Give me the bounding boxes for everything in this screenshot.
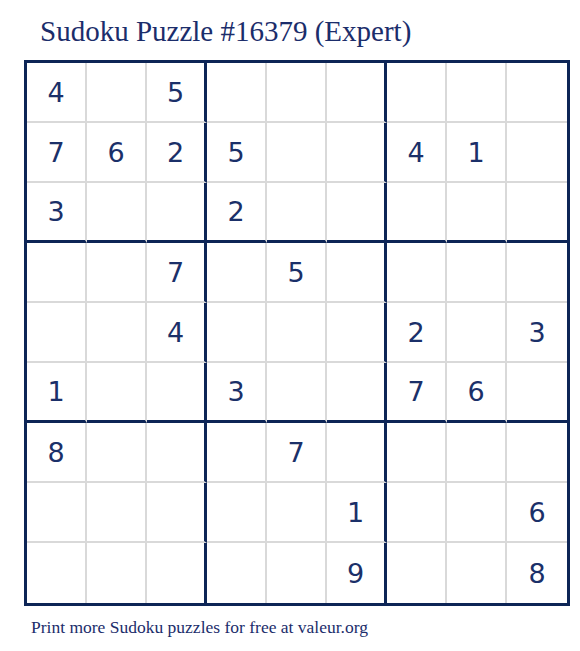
cell-r4c8 xyxy=(447,243,507,303)
cell-r1c9 xyxy=(507,63,567,123)
cell-r5c4 xyxy=(207,303,267,363)
cell-r9c4 xyxy=(207,543,267,603)
cell-r5c8 xyxy=(447,303,507,363)
cell-r2c8: 1 xyxy=(447,123,507,183)
cell-r7c3 xyxy=(147,423,207,483)
cell-r9c6: 9 xyxy=(327,543,387,603)
cell-r2c7: 4 xyxy=(387,123,447,183)
cell-r8c1 xyxy=(27,483,87,543)
cell-r1c3: 5 xyxy=(147,63,207,123)
cell-r7c4 xyxy=(207,423,267,483)
cell-r9c5 xyxy=(267,543,327,603)
cell-r9c9: 8 xyxy=(507,543,567,603)
cell-r4c4 xyxy=(207,243,267,303)
cell-r3c1: 3 xyxy=(27,183,87,243)
cell-r9c1 xyxy=(27,543,87,603)
cell-r4c3: 7 xyxy=(147,243,207,303)
cell-r8c7 xyxy=(387,483,447,543)
cell-r7c7 xyxy=(387,423,447,483)
cell-r1c4 xyxy=(207,63,267,123)
cell-r7c5: 7 xyxy=(267,423,327,483)
cell-r1c8 xyxy=(447,63,507,123)
cell-r6c2 xyxy=(87,363,147,423)
cell-r3c8 xyxy=(447,183,507,243)
cell-r6c8: 6 xyxy=(447,363,507,423)
cell-r3c3 xyxy=(147,183,207,243)
cell-r5c2 xyxy=(87,303,147,363)
cell-r8c6: 1 xyxy=(327,483,387,543)
cell-r9c7 xyxy=(387,543,447,603)
cell-r6c6 xyxy=(327,363,387,423)
sudoku-page: Sudoku Puzzle #16379 (Expert) 4576254132… xyxy=(0,0,580,651)
cell-r8c3 xyxy=(147,483,207,543)
cell-r1c7 xyxy=(387,63,447,123)
cell-r1c2 xyxy=(87,63,147,123)
cell-r3c4: 2 xyxy=(207,183,267,243)
cell-r7c8 xyxy=(447,423,507,483)
cell-r7c9 xyxy=(507,423,567,483)
cell-r6c1: 1 xyxy=(27,363,87,423)
cell-r5c3: 4 xyxy=(147,303,207,363)
cell-r9c3 xyxy=(147,543,207,603)
cell-r7c6 xyxy=(327,423,387,483)
cell-r2c6 xyxy=(327,123,387,183)
cell-r5c5 xyxy=(267,303,327,363)
cell-r3c2 xyxy=(87,183,147,243)
cell-r6c3 xyxy=(147,363,207,423)
cell-r4c7 xyxy=(387,243,447,303)
cell-r9c2 xyxy=(87,543,147,603)
cell-r8c9: 6 xyxy=(507,483,567,543)
cell-r4c9 xyxy=(507,243,567,303)
cell-r1c5 xyxy=(267,63,327,123)
cell-r4c1 xyxy=(27,243,87,303)
cell-r3c5 xyxy=(267,183,327,243)
cell-r6c4: 3 xyxy=(207,363,267,423)
cell-r7c2 xyxy=(87,423,147,483)
cell-r6c9 xyxy=(507,363,567,423)
cell-r1c6 xyxy=(327,63,387,123)
cell-r3c9 xyxy=(507,183,567,243)
cell-r2c9 xyxy=(507,123,567,183)
sudoku-board: 4576254132754231376871698 xyxy=(24,60,570,606)
cell-r5c7: 2 xyxy=(387,303,447,363)
cell-r8c4 xyxy=(207,483,267,543)
cell-r2c3: 2 xyxy=(147,123,207,183)
cell-r8c8 xyxy=(447,483,507,543)
cell-r8c5 xyxy=(267,483,327,543)
footer-note: Print more Sudoku puzzles for free at va… xyxy=(31,617,368,638)
cell-r2c5 xyxy=(267,123,327,183)
cell-r8c2 xyxy=(87,483,147,543)
cell-r2c1: 7 xyxy=(27,123,87,183)
cell-r7c1: 8 xyxy=(27,423,87,483)
cell-r4c6 xyxy=(327,243,387,303)
cell-r4c2 xyxy=(87,243,147,303)
cell-r9c8 xyxy=(447,543,507,603)
cell-r2c2: 6 xyxy=(87,123,147,183)
cell-r5c9: 3 xyxy=(507,303,567,363)
cell-r2c4: 5 xyxy=(207,123,267,183)
cell-r6c5 xyxy=(267,363,327,423)
puzzle-title: Sudoku Puzzle #16379 (Expert) xyxy=(40,14,411,48)
cell-r6c7: 7 xyxy=(387,363,447,423)
cell-r1c1: 4 xyxy=(27,63,87,123)
cell-r4c5: 5 xyxy=(267,243,327,303)
cell-r3c6 xyxy=(327,183,387,243)
cell-r3c7 xyxy=(387,183,447,243)
cell-r5c1 xyxy=(27,303,87,363)
cell-r5c6 xyxy=(327,303,387,363)
